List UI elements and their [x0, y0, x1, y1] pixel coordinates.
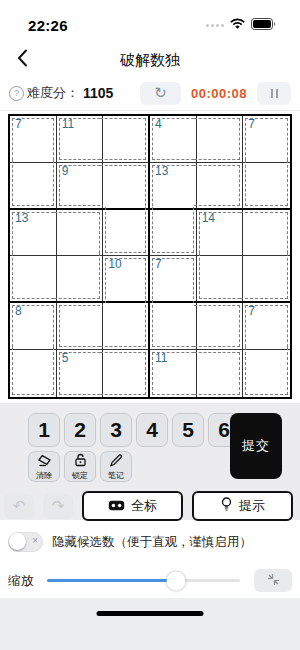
cage-border — [100, 300, 146, 347]
fit-screen-icon — [267, 572, 280, 590]
cell-r0c0[interactable]: 7 — [10, 116, 57, 163]
clock: 22:26 — [28, 17, 68, 34]
cell-r1c0[interactable] — [10, 163, 57, 210]
cell-r2c3[interactable] — [150, 210, 197, 257]
cage-sum-label: 7 — [15, 117, 22, 131]
cell-r0c1[interactable]: 11 — [57, 116, 104, 163]
lock-icon — [74, 453, 87, 471]
cage-sum-label: 5 — [62, 351, 69, 365]
cage-sum-label: 8 — [15, 304, 22, 318]
cell-r1c5[interactable] — [243, 163, 290, 210]
submit-button[interactable]: 提交 — [230, 413, 282, 479]
cage-border — [100, 165, 146, 211]
cage-border — [245, 160, 288, 206]
cell-r0c4[interactable] — [197, 116, 244, 163]
cell-r3c1[interactable] — [57, 256, 104, 303]
control-panel: 123456 清除 锁定 笔记 提交 ↶ ↷ 全标 — [0, 403, 300, 520]
cell-r3c0[interactable] — [10, 256, 57, 303]
goggles-icon — [108, 499, 125, 514]
undo-icon: ↶ — [13, 497, 26, 515]
cell-r5c1[interactable]: 5 — [57, 350, 104, 397]
nav-bar: 破解数独 — [0, 44, 300, 76]
cell-r1c4[interactable] — [197, 163, 244, 210]
cell-r5c0[interactable] — [10, 350, 57, 397]
mark-all-button[interactable]: 全标 — [82, 491, 183, 521]
pause-button[interactable] — [257, 82, 291, 105]
cage-border — [59, 305, 106, 347]
cell-r4c4[interactable] — [197, 303, 244, 350]
cell-r0c3[interactable]: 4 — [150, 116, 197, 163]
digit-button-3[interactable]: 3 — [100, 413, 132, 447]
cell-r3c5[interactable] — [243, 256, 290, 303]
cell-r1c1[interactable]: 9 — [57, 163, 104, 210]
cage-sum-label: 4 — [155, 117, 162, 131]
pencil-icon — [109, 453, 123, 471]
cage-border — [100, 352, 146, 395]
cell-r4c1[interactable] — [57, 303, 104, 350]
bulb-icon — [220, 497, 233, 515]
zoom-label: 缩放 — [8, 572, 34, 590]
cellular-signal-icon — [206, 24, 224, 27]
cage-border — [12, 253, 59, 299]
cage-border — [199, 253, 246, 299]
cage-border — [240, 253, 288, 299]
cell-r4c0[interactable]: 8 — [10, 303, 57, 350]
cell-r5c5[interactable] — [243, 350, 290, 397]
cage-border — [194, 352, 241, 395]
cage-border — [100, 118, 146, 160]
digit-button-2[interactable]: 2 — [64, 413, 96, 447]
cell-r2c5[interactable] — [243, 210, 290, 257]
lock-button[interactable]: 锁定 — [64, 451, 96, 482]
restart-button[interactable]: ↻ — [140, 82, 181, 105]
info-bar: ? 难度分： 1105 ↻ 00:00:08 — [0, 76, 300, 111]
cell-r2c1[interactable] — [57, 210, 104, 257]
cell-r4c3[interactable] — [150, 303, 197, 350]
cell-r4c5[interactable]: 7 — [243, 303, 290, 350]
back-chevron-icon — [17, 49, 28, 67]
cage-sum-label: 7 — [248, 117, 255, 131]
cell-r4c2[interactable] — [103, 303, 150, 350]
cage-border — [54, 253, 101, 299]
cage-border — [240, 212, 288, 259]
note-button[interactable]: 笔记 — [100, 451, 132, 482]
cage-border — [12, 347, 54, 395]
cell-r1c3[interactable]: 13 — [150, 163, 197, 210]
cage-sum-label: 7 — [248, 304, 255, 318]
board-area: 71147913131410787511 — [0, 111, 300, 403]
cell-r5c2[interactable] — [103, 350, 150, 397]
cell-r0c2[interactable] — [103, 116, 150, 163]
cage-sum-label: 13 — [15, 211, 28, 225]
cell-r2c4[interactable]: 14 — [197, 210, 244, 257]
hint-button[interactable]: 提示 — [192, 491, 293, 521]
cage-border — [54, 212, 101, 259]
fit-screen-button[interactable] — [254, 569, 292, 592]
zoom-slider[interactable] — [47, 579, 240, 582]
cage-border — [245, 347, 288, 395]
eraser-icon — [37, 453, 52, 471]
cage-sum-label: 11 — [62, 117, 74, 131]
home-indicator[interactable] — [97, 611, 204, 616]
status-bar: 22:26 — [0, 0, 300, 44]
cage-border — [194, 118, 241, 160]
clear-button[interactable]: 清除 — [28, 451, 60, 482]
cage-border — [194, 165, 241, 206]
cage-border — [152, 300, 199, 347]
killer-sudoku-board: 71147913131410787511 — [8, 114, 292, 399]
difficulty-label: 难度分： — [27, 84, 79, 102]
cage-border — [105, 207, 146, 254]
back-button[interactable] — [10, 46, 34, 70]
zoom-slider-knob[interactable] — [167, 571, 186, 590]
pause-icon — [271, 89, 273, 98]
toggle-x-icon: × — [32, 535, 38, 546]
hide-candidates-toggle[interactable]: × — [8, 532, 43, 552]
cell-r2c0[interactable]: 13 — [10, 210, 57, 257]
difficulty-value: 1105 — [83, 85, 113, 101]
options-section: × 隐藏候选数（便于直观，谨慎启用） 缩放 — [0, 520, 300, 598]
zoom-slider-fill — [47, 579, 176, 582]
cage-sum-label: 13 — [155, 164, 168, 178]
refresh-icon: ↻ — [154, 84, 167, 102]
cage-border — [152, 207, 194, 254]
cage-sum-label: 9 — [62, 164, 69, 178]
cage-sum-label: 14 — [202, 211, 215, 225]
page-title: 破解数独 — [0, 51, 300, 70]
cell-r3c3[interactable]: 7 — [150, 256, 197, 303]
cell-r3c4[interactable] — [197, 256, 244, 303]
battery-icon — [251, 16, 276, 34]
cell-r0c5[interactable]: 7 — [243, 116, 290, 163]
digit-button-1[interactable]: 1 — [28, 413, 60, 447]
redo-icon: ↷ — [52, 497, 65, 515]
cage-border — [194, 305, 241, 347]
wifi-icon — [229, 16, 246, 34]
cell-r5c4[interactable] — [197, 350, 244, 397]
cage-sum-label: 7 — [155, 257, 162, 271]
cell-r1c2[interactable] — [103, 163, 150, 210]
timer: 00:00:08 — [191, 86, 247, 101]
digit-button-5[interactable]: 5 — [172, 413, 204, 447]
cell-r2c2[interactable] — [103, 210, 150, 257]
action-row: ↶ ↷ 全标 提示 — [4, 491, 293, 521]
footer — [0, 598, 300, 650]
cell-r3c2[interactable]: 10 — [103, 256, 150, 303]
cell-r5c3[interactable]: 11 — [150, 350, 197, 397]
question-circle-icon[interactable]: ? — [9, 86, 24, 101]
cage-sum-label: 10 — [108, 257, 121, 271]
redo-button[interactable]: ↷ — [43, 494, 73, 519]
cage-sum-label: 11 — [155, 351, 167, 365]
toggle-knob — [9, 533, 26, 550]
undo-button[interactable]: ↶ — [4, 494, 34, 519]
cage-border — [12, 160, 54, 206]
hide-candidates-label: 隐藏候选数（便于直观，谨慎启用） — [52, 534, 252, 551]
digit-button-4[interactable]: 4 — [136, 413, 168, 447]
